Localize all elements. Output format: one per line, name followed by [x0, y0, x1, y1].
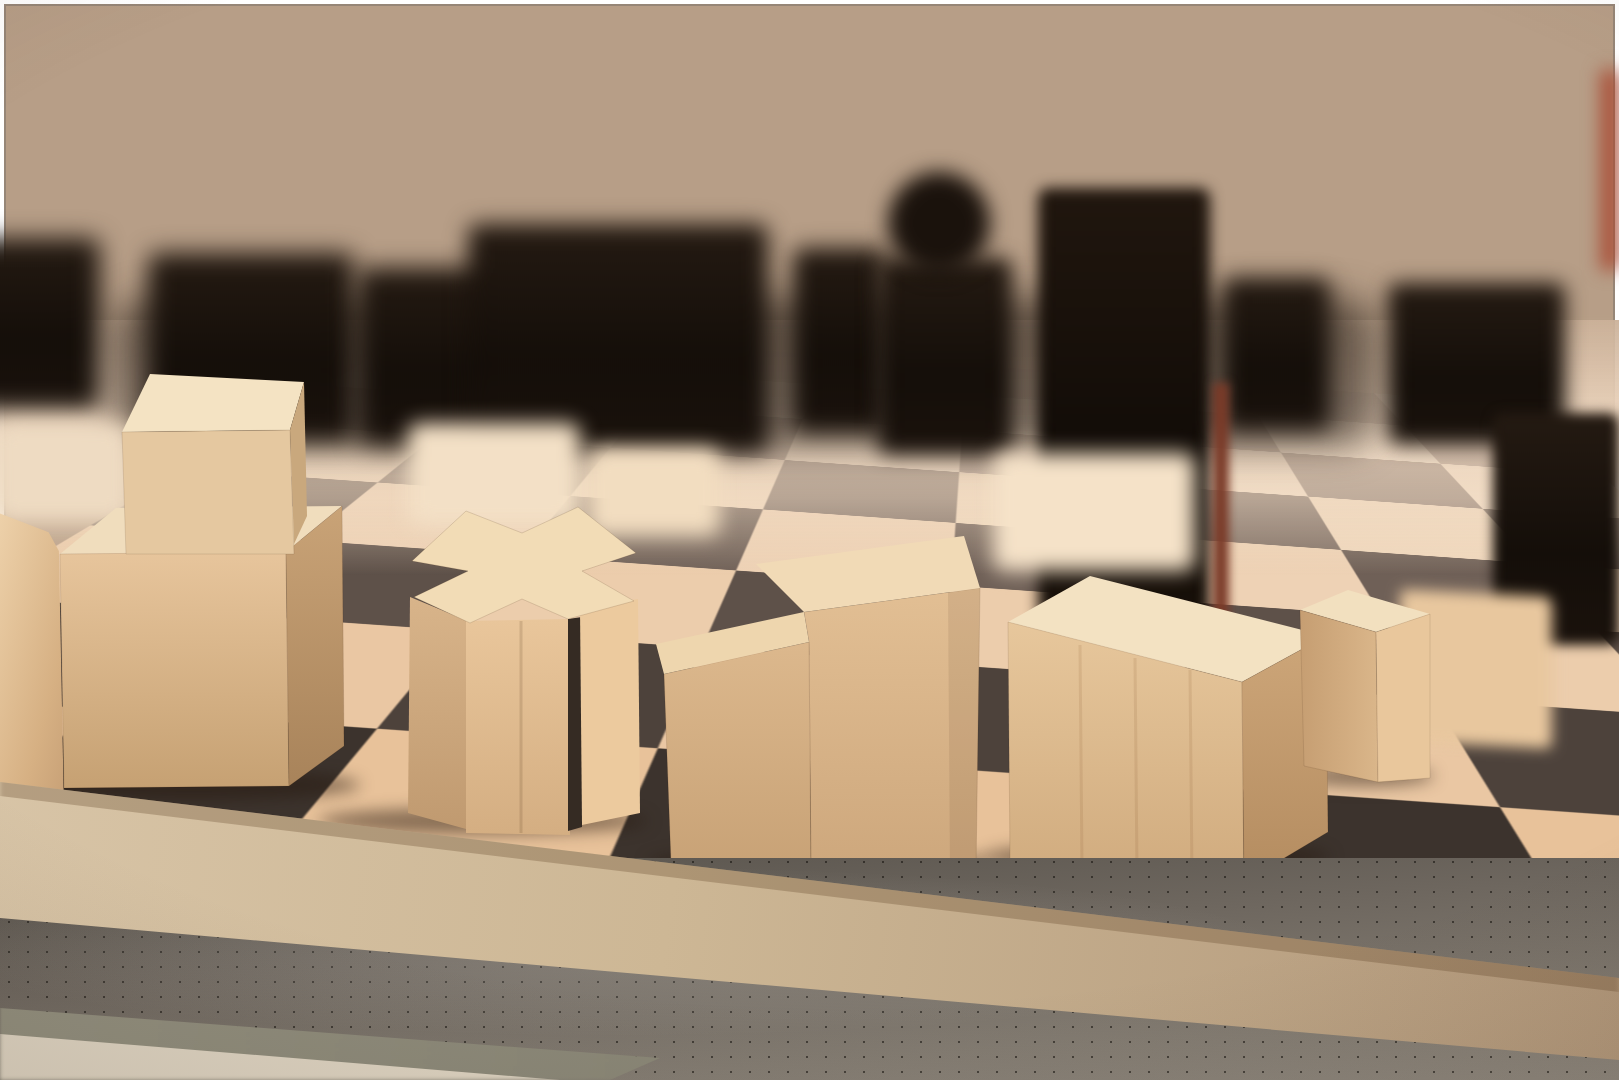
bishop-left-face: [408, 597, 468, 829]
king-base-front-face: [60, 552, 289, 788]
white-king: [46, 356, 358, 804]
king-crown-top-face: [122, 374, 304, 432]
black-piece-blurred: [1223, 278, 1330, 430]
black-piece-blurred: [793, 248, 885, 432]
black-queen-knob-icon: [888, 172, 990, 274]
bauhaus-chess-photo: [0, 0, 1619, 1080]
king-crown-front-face: [122, 430, 294, 554]
bishop-center-face: [466, 619, 570, 835]
pawn-front-face: [1376, 614, 1430, 782]
bishop-gap-shadow: [568, 617, 582, 831]
white-pawn: [1296, 580, 1436, 798]
black-queen-blurred: [878, 258, 1012, 454]
bishop-right-face: [580, 599, 640, 825]
black-piece-blurred: [468, 224, 768, 452]
white-bishop: [316, 497, 648, 843]
bishop-x-top-face: [412, 507, 636, 623]
white-rook: [970, 550, 1338, 895]
knight-step-front-face: [664, 642, 811, 882]
white-knight: [646, 520, 986, 882]
pawn-left-face: [1300, 610, 1378, 782]
